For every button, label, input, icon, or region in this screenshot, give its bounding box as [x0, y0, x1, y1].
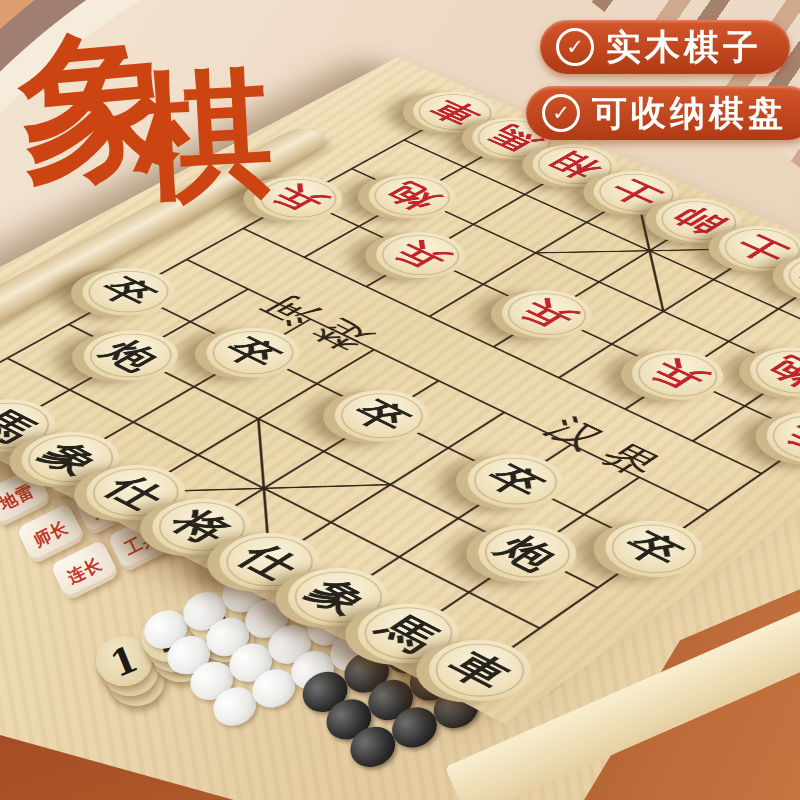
- feature-badge-storage: ✓ 可收纳棋盘: [526, 86, 800, 140]
- check-circle-icon: ✓: [542, 94, 580, 132]
- badge-label: 实木棋子: [606, 24, 762, 71]
- badge-label: 可收纳棋盘: [592, 90, 787, 137]
- feature-badge-solid-wood: ✓ 实木棋子: [540, 20, 790, 74]
- check-circle-icon: ✓: [556, 28, 594, 66]
- product-photo-stage: 地雷工兵排长师长排长地雷连长工兵工兵 123 楚河 汉界 車馬相士帥士相馬車炮炮…: [0, 0, 800, 800]
